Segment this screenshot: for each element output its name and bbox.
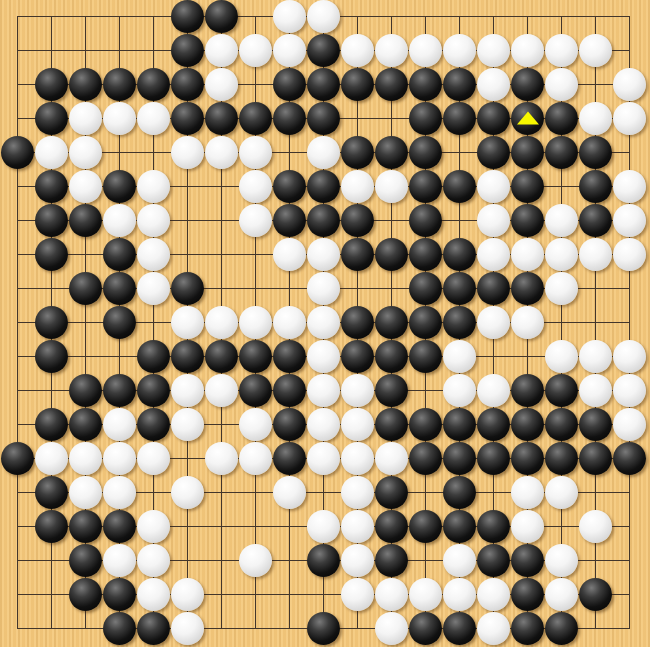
black-stone[interactable] xyxy=(477,510,510,543)
white-stone[interactable] xyxy=(477,238,510,271)
white-stone[interactable] xyxy=(103,204,136,237)
black-stone[interactable] xyxy=(1,136,34,169)
white-stone[interactable] xyxy=(171,408,204,441)
white-stone[interactable] xyxy=(239,408,272,441)
black-stone[interactable] xyxy=(205,340,238,373)
white-stone[interactable] xyxy=(239,34,272,67)
white-stone[interactable] xyxy=(69,476,102,509)
black-stone[interactable] xyxy=(35,68,68,101)
white-stone[interactable] xyxy=(69,102,102,135)
white-stone[interactable] xyxy=(477,68,510,101)
black-stone[interactable] xyxy=(171,340,204,373)
white-stone[interactable] xyxy=(477,374,510,407)
black-stone[interactable] xyxy=(409,340,442,373)
white-stone[interactable] xyxy=(171,612,204,645)
white-stone[interactable] xyxy=(341,170,374,203)
black-stone[interactable] xyxy=(545,136,578,169)
white-stone[interactable] xyxy=(341,374,374,407)
black-stone[interactable] xyxy=(103,578,136,611)
black-stone[interactable] xyxy=(545,102,578,135)
white-stone[interactable] xyxy=(443,374,476,407)
white-stone[interactable] xyxy=(545,340,578,373)
white-stone[interactable] xyxy=(103,476,136,509)
black-stone[interactable] xyxy=(307,170,340,203)
black-stone[interactable] xyxy=(579,170,612,203)
black-stone[interactable] xyxy=(307,612,340,645)
white-stone[interactable] xyxy=(103,408,136,441)
white-stone[interactable] xyxy=(613,238,646,271)
white-stone[interactable] xyxy=(545,34,578,67)
white-stone[interactable] xyxy=(205,306,238,339)
black-stone[interactable] xyxy=(443,442,476,475)
black-stone[interactable] xyxy=(579,136,612,169)
black-stone[interactable] xyxy=(35,340,68,373)
black-stone[interactable] xyxy=(137,612,170,645)
white-stone[interactable] xyxy=(579,34,612,67)
black-stone[interactable] xyxy=(511,408,544,441)
black-stone[interactable] xyxy=(171,0,204,33)
white-stone[interactable] xyxy=(137,272,170,305)
white-stone[interactable] xyxy=(239,136,272,169)
black-stone[interactable] xyxy=(239,374,272,407)
white-stone[interactable] xyxy=(307,272,340,305)
black-stone[interactable] xyxy=(171,102,204,135)
white-stone[interactable] xyxy=(239,306,272,339)
black-stone[interactable] xyxy=(477,136,510,169)
black-stone[interactable] xyxy=(273,442,306,475)
black-stone[interactable] xyxy=(1,442,34,475)
white-stone[interactable] xyxy=(545,204,578,237)
black-stone[interactable] xyxy=(409,170,442,203)
white-stone[interactable] xyxy=(443,340,476,373)
black-stone[interactable] xyxy=(375,340,408,373)
white-stone[interactable] xyxy=(511,306,544,339)
white-stone[interactable] xyxy=(239,204,272,237)
black-stone[interactable] xyxy=(375,68,408,101)
white-stone[interactable] xyxy=(477,578,510,611)
white-stone[interactable] xyxy=(205,68,238,101)
white-stone[interactable] xyxy=(341,510,374,543)
black-stone[interactable] xyxy=(35,408,68,441)
black-stone[interactable] xyxy=(273,408,306,441)
black-stone[interactable] xyxy=(579,204,612,237)
black-stone[interactable] xyxy=(545,374,578,407)
white-stone[interactable] xyxy=(409,578,442,611)
black-stone[interactable] xyxy=(35,102,68,135)
black-stone[interactable] xyxy=(35,204,68,237)
black-stone[interactable] xyxy=(477,408,510,441)
white-stone[interactable] xyxy=(579,340,612,373)
black-stone[interactable] xyxy=(171,272,204,305)
black-stone[interactable] xyxy=(273,170,306,203)
black-stone[interactable] xyxy=(579,442,612,475)
white-stone[interactable] xyxy=(35,442,68,475)
black-stone[interactable] xyxy=(69,68,102,101)
black-stone[interactable] xyxy=(307,34,340,67)
black-stone[interactable] xyxy=(443,170,476,203)
black-stone[interactable] xyxy=(341,306,374,339)
white-stone[interactable] xyxy=(103,544,136,577)
black-stone[interactable] xyxy=(579,578,612,611)
white-stone[interactable] xyxy=(341,476,374,509)
black-stone[interactable] xyxy=(103,68,136,101)
black-stone[interactable] xyxy=(137,68,170,101)
go-board xyxy=(0,0,650,647)
white-stone[interactable] xyxy=(443,34,476,67)
white-stone[interactable] xyxy=(545,68,578,101)
white-stone[interactable] xyxy=(273,476,306,509)
white-stone[interactable] xyxy=(375,170,408,203)
black-stone[interactable] xyxy=(511,136,544,169)
white-stone[interactable] xyxy=(205,34,238,67)
black-stone[interactable] xyxy=(273,68,306,101)
black-stone[interactable] xyxy=(443,272,476,305)
black-stone[interactable] xyxy=(443,612,476,645)
white-stone[interactable] xyxy=(341,408,374,441)
black-stone[interactable] xyxy=(69,510,102,543)
black-stone[interactable] xyxy=(409,272,442,305)
black-stone[interactable] xyxy=(103,510,136,543)
black-stone[interactable] xyxy=(307,544,340,577)
black-stone[interactable] xyxy=(205,0,238,33)
white-stone[interactable] xyxy=(477,170,510,203)
white-stone[interactable] xyxy=(307,442,340,475)
black-stone[interactable] xyxy=(375,374,408,407)
white-stone[interactable] xyxy=(171,374,204,407)
black-stone[interactable] xyxy=(443,306,476,339)
black-stone[interactable] xyxy=(103,272,136,305)
black-stone[interactable] xyxy=(409,442,442,475)
white-stone[interactable] xyxy=(579,238,612,271)
white-stone[interactable] xyxy=(613,340,646,373)
white-stone[interactable] xyxy=(477,204,510,237)
black-stone[interactable] xyxy=(511,578,544,611)
black-stone[interactable] xyxy=(35,306,68,339)
black-stone[interactable] xyxy=(137,374,170,407)
black-stone[interactable] xyxy=(307,102,340,135)
white-stone[interactable] xyxy=(579,102,612,135)
white-stone[interactable] xyxy=(307,510,340,543)
white-stone[interactable] xyxy=(137,204,170,237)
white-stone[interactable] xyxy=(613,170,646,203)
white-stone[interactable] xyxy=(137,238,170,271)
white-stone[interactable] xyxy=(545,272,578,305)
black-stone[interactable] xyxy=(511,68,544,101)
white-stone[interactable] xyxy=(171,136,204,169)
black-stone[interactable] xyxy=(341,136,374,169)
black-stone[interactable] xyxy=(375,476,408,509)
black-stone[interactable] xyxy=(443,510,476,543)
white-stone[interactable] xyxy=(443,578,476,611)
white-stone[interactable] xyxy=(341,34,374,67)
white-stone[interactable] xyxy=(103,102,136,135)
black-stone[interactable] xyxy=(409,136,442,169)
black-stone[interactable] xyxy=(409,612,442,645)
white-stone[interactable] xyxy=(307,374,340,407)
black-stone[interactable] xyxy=(307,204,340,237)
black-stone[interactable] xyxy=(409,238,442,271)
black-stone[interactable] xyxy=(375,510,408,543)
white-stone[interactable] xyxy=(477,306,510,339)
black-stone[interactable] xyxy=(613,442,646,475)
black-stone[interactable] xyxy=(69,204,102,237)
white-stone[interactable] xyxy=(239,170,272,203)
black-stone[interactable] xyxy=(511,272,544,305)
white-stone[interactable] xyxy=(205,374,238,407)
black-stone[interactable] xyxy=(511,544,544,577)
white-stone[interactable] xyxy=(69,442,102,475)
white-stone[interactable] xyxy=(477,34,510,67)
white-stone[interactable] xyxy=(579,374,612,407)
black-stone[interactable] xyxy=(69,578,102,611)
white-stone[interactable] xyxy=(171,306,204,339)
white-stone[interactable] xyxy=(307,238,340,271)
black-stone[interactable] xyxy=(545,612,578,645)
black-stone[interactable] xyxy=(341,204,374,237)
white-stone[interactable] xyxy=(409,34,442,67)
black-stone[interactable] xyxy=(341,340,374,373)
white-stone[interactable] xyxy=(307,340,340,373)
black-stone[interactable] xyxy=(511,612,544,645)
black-stone[interactable] xyxy=(35,476,68,509)
triangle-marker xyxy=(517,111,539,124)
black-stone[interactable] xyxy=(443,408,476,441)
white-stone[interactable] xyxy=(35,136,68,169)
white-stone[interactable] xyxy=(613,204,646,237)
white-stone[interactable] xyxy=(273,0,306,33)
white-stone[interactable] xyxy=(545,476,578,509)
white-stone[interactable] xyxy=(511,510,544,543)
black-stone[interactable] xyxy=(341,68,374,101)
black-stone[interactable] xyxy=(103,238,136,271)
black-stone[interactable] xyxy=(103,306,136,339)
black-stone[interactable] xyxy=(307,68,340,101)
black-stone[interactable] xyxy=(443,476,476,509)
black-stone[interactable] xyxy=(375,136,408,169)
white-stone[interactable] xyxy=(545,238,578,271)
black-stone[interactable] xyxy=(409,510,442,543)
black-stone[interactable] xyxy=(103,374,136,407)
white-stone[interactable] xyxy=(137,578,170,611)
black-stone[interactable] xyxy=(477,544,510,577)
white-stone[interactable] xyxy=(341,544,374,577)
white-stone[interactable] xyxy=(341,442,374,475)
white-stone[interactable] xyxy=(273,34,306,67)
white-stone[interactable] xyxy=(307,306,340,339)
white-stone[interactable] xyxy=(307,408,340,441)
black-stone[interactable] xyxy=(375,408,408,441)
black-stone[interactable] xyxy=(103,612,136,645)
black-stone[interactable] xyxy=(409,306,442,339)
white-stone[interactable] xyxy=(171,476,204,509)
black-stone[interactable] xyxy=(409,408,442,441)
white-stone[interactable] xyxy=(613,408,646,441)
white-stone[interactable] xyxy=(239,442,272,475)
black-stone[interactable] xyxy=(511,442,544,475)
black-stone[interactable] xyxy=(69,544,102,577)
black-stone[interactable] xyxy=(545,408,578,441)
white-stone[interactable] xyxy=(545,578,578,611)
black-stone[interactable] xyxy=(375,238,408,271)
white-stone[interactable] xyxy=(375,442,408,475)
black-stone[interactable] xyxy=(443,68,476,101)
white-stone[interactable] xyxy=(103,442,136,475)
white-stone[interactable] xyxy=(375,34,408,67)
white-stone[interactable] xyxy=(137,102,170,135)
white-stone[interactable] xyxy=(375,612,408,645)
white-stone[interactable] xyxy=(579,510,612,543)
white-stone[interactable] xyxy=(477,612,510,645)
white-stone[interactable] xyxy=(273,238,306,271)
white-stone[interactable] xyxy=(205,136,238,169)
white-stone[interactable] xyxy=(341,578,374,611)
black-stone[interactable] xyxy=(35,238,68,271)
black-stone[interactable] xyxy=(273,340,306,373)
white-stone[interactable] xyxy=(511,238,544,271)
white-stone[interactable] xyxy=(205,442,238,475)
black-stone[interactable] xyxy=(511,102,544,135)
black-stone[interactable] xyxy=(477,272,510,305)
black-stone[interactable] xyxy=(511,204,544,237)
white-stone[interactable] xyxy=(307,0,340,33)
black-stone[interactable] xyxy=(375,306,408,339)
white-stone[interactable] xyxy=(307,136,340,169)
white-stone[interactable] xyxy=(613,374,646,407)
black-stone[interactable] xyxy=(511,374,544,407)
black-stone[interactable] xyxy=(409,68,442,101)
white-stone[interactable] xyxy=(137,442,170,475)
black-stone[interactable] xyxy=(477,102,510,135)
white-stone[interactable] xyxy=(137,170,170,203)
black-stone[interactable] xyxy=(273,204,306,237)
white-stone[interactable] xyxy=(137,510,170,543)
black-stone[interactable] xyxy=(35,170,68,203)
white-stone[interactable] xyxy=(443,544,476,577)
white-stone[interactable] xyxy=(511,476,544,509)
white-stone[interactable] xyxy=(613,68,646,101)
white-stone[interactable] xyxy=(69,170,102,203)
black-stone[interactable] xyxy=(341,238,374,271)
black-stone[interactable] xyxy=(69,272,102,305)
white-stone[interactable] xyxy=(511,34,544,67)
black-stone[interactable] xyxy=(103,170,136,203)
black-stone[interactable] xyxy=(443,102,476,135)
black-stone[interactable] xyxy=(545,442,578,475)
black-stone[interactable] xyxy=(273,102,306,135)
white-stone[interactable] xyxy=(171,578,204,611)
white-stone[interactable] xyxy=(137,544,170,577)
white-stone[interactable] xyxy=(613,102,646,135)
white-stone[interactable] xyxy=(375,578,408,611)
black-stone[interactable] xyxy=(239,340,272,373)
black-stone[interactable] xyxy=(579,408,612,441)
black-stone[interactable] xyxy=(35,510,68,543)
black-stone[interactable] xyxy=(239,102,272,135)
white-stone[interactable] xyxy=(545,544,578,577)
black-stone[interactable] xyxy=(511,170,544,203)
black-stone[interactable] xyxy=(273,374,306,407)
black-stone[interactable] xyxy=(137,340,170,373)
black-stone[interactable] xyxy=(69,374,102,407)
white-stone[interactable] xyxy=(273,306,306,339)
black-stone[interactable] xyxy=(137,408,170,441)
black-stone[interactable] xyxy=(205,102,238,135)
black-stone[interactable] xyxy=(171,34,204,67)
white-stone[interactable] xyxy=(69,136,102,169)
black-stone[interactable] xyxy=(477,442,510,475)
black-stone[interactable] xyxy=(443,238,476,271)
black-stone[interactable] xyxy=(69,408,102,441)
black-stone[interactable] xyxy=(409,204,442,237)
white-stone[interactable] xyxy=(239,544,272,577)
black-stone[interactable] xyxy=(171,68,204,101)
black-stone[interactable] xyxy=(409,102,442,135)
black-stone[interactable] xyxy=(375,544,408,577)
